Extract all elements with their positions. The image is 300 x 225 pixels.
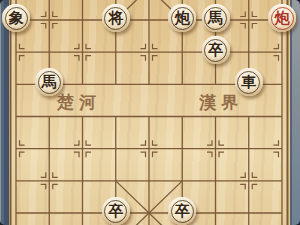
piece-glyph: 炮	[175, 11, 190, 26]
board-grid	[0, 0, 300, 225]
xiangqi-game-screen: 楚河 漢界 象将炮馬炮卒馬車卒卒	[0, 0, 300, 225]
piece-glyph: 卒	[108, 204, 123, 219]
piece-black-soldier-9[interactable]: 卒	[102, 197, 130, 225]
river-label-han-jie: 漢界	[199, 91, 243, 114]
piece-black-general-2[interactable]: 将	[102, 4, 130, 32]
piece-glyph: 象	[9, 11, 24, 26]
piece-glyph: 卒	[208, 43, 223, 58]
piece-glyph: 車	[241, 75, 256, 90]
piece-black-chariot-8[interactable]: 車	[235, 68, 263, 96]
piece-glyph: 将	[108, 11, 123, 26]
piece-black-horse-4[interactable]: 馬	[202, 4, 230, 32]
piece-black-elephant-1[interactable]: 象	[2, 4, 30, 32]
piece-glyph: 炮	[275, 11, 290, 26]
piece-glyph: 卒	[175, 204, 190, 219]
piece-red-cannon-5[interactable]: 炮	[268, 4, 296, 32]
piece-glyph: 馬	[42, 75, 57, 90]
piece-glyph: 馬	[208, 11, 223, 26]
piece-black-soldier-6[interactable]: 卒	[202, 36, 230, 64]
river-label-chu-he: 楚河	[57, 91, 101, 114]
